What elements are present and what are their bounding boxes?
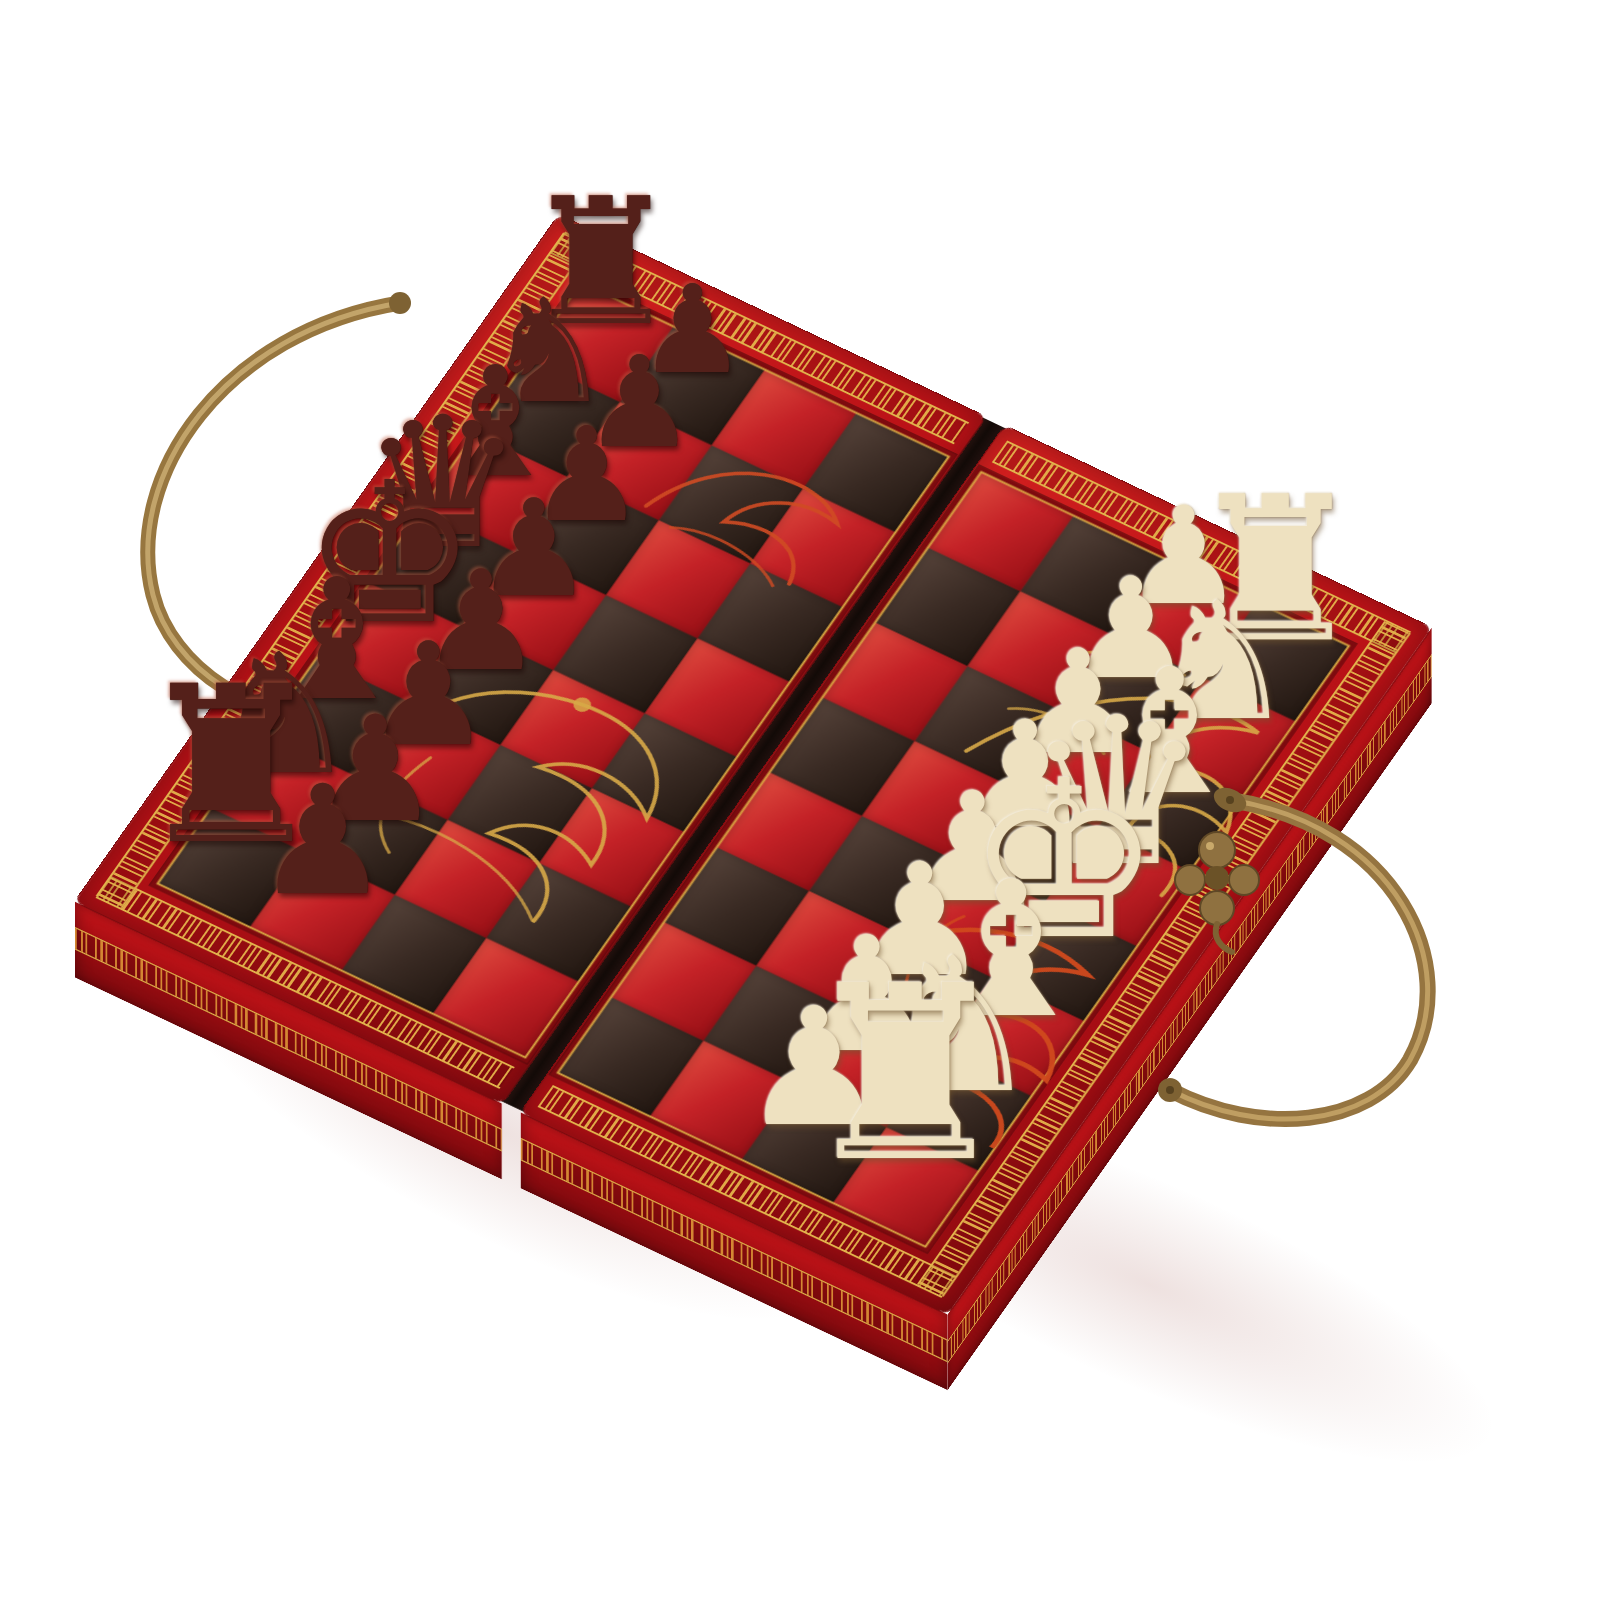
photo-stage: ♜♞♝♛♚♝♞♜♟♟♟♟♟♟♟♟♟♟♟♟♟♟♟♟♜♞♝♛♚♝♞♜ <box>0 0 1600 1600</box>
brass-clasp-icon <box>1152 812 1282 962</box>
